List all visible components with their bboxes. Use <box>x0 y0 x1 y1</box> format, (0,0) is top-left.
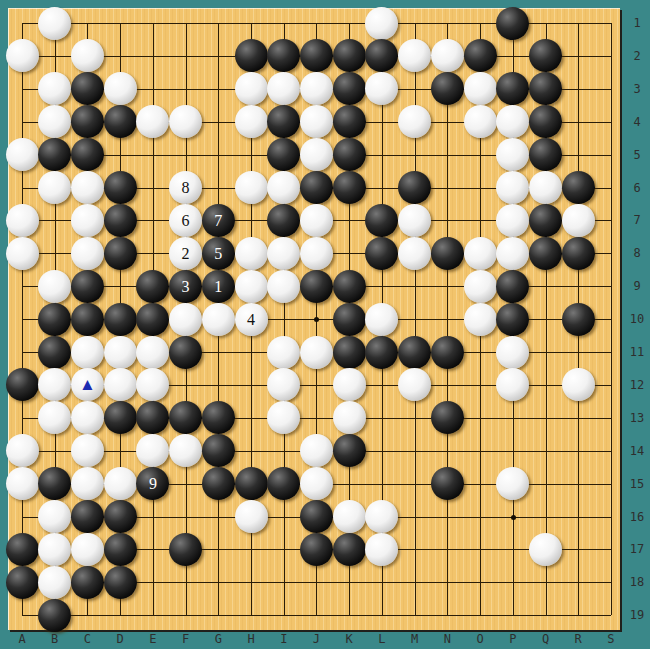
stone-white-H9 <box>235 270 268 303</box>
stone-white-L3 <box>365 72 398 105</box>
stone-white-M8 <box>398 237 431 270</box>
stone-black-N13 <box>431 401 464 434</box>
stone-black-Q4 <box>529 105 562 138</box>
stone-black-D18 <box>104 566 137 599</box>
stone-white-B16 <box>38 500 71 533</box>
stone-white-I9 <box>267 270 300 303</box>
stone-white-A15 <box>6 467 39 500</box>
stone-black-L7 <box>365 204 398 237</box>
stone-white-C2 <box>71 39 104 72</box>
stone-black-M11 <box>398 336 431 369</box>
stone-black-G14 <box>202 434 235 467</box>
stone-white-D3 <box>104 72 137 105</box>
stone-black-G9: 1 <box>202 270 235 303</box>
stone-white-C13 <box>71 401 104 434</box>
coord-label-row-17: 17 <box>630 542 644 556</box>
stone-black-F13 <box>169 401 202 434</box>
stone-black-K11 <box>333 336 366 369</box>
stone-black-N11 <box>431 336 464 369</box>
stone-white-M7 <box>398 204 431 237</box>
coord-label-row-18: 18 <box>630 575 644 589</box>
stone-black-L8 <box>365 237 398 270</box>
stone-black-R8 <box>562 237 595 270</box>
stone-black-A17 <box>6 533 39 566</box>
stone-black-E15: 9 <box>136 467 169 500</box>
stone-black-Q5 <box>529 138 562 171</box>
coord-label-row-10: 10 <box>630 312 644 326</box>
stone-black-D6 <box>104 171 137 204</box>
stone-white-H4 <box>235 105 268 138</box>
stone-white-M2 <box>398 39 431 72</box>
stone-black-I15 <box>267 467 300 500</box>
stone-white-L17 <box>365 533 398 566</box>
stone-black-K4 <box>333 105 366 138</box>
stone-black-E9 <box>136 270 169 303</box>
stone-white-J7 <box>300 204 333 237</box>
stone-white-B1 <box>38 7 71 40</box>
stone-black-N15 <box>431 467 464 500</box>
stone-black-L11 <box>365 336 398 369</box>
stone-white-Q6 <box>529 171 562 204</box>
stone-black-C18 <box>71 566 104 599</box>
stone-black-R10 <box>562 303 595 336</box>
stone-black-G15 <box>202 467 235 500</box>
stone-white-P8 <box>496 237 529 270</box>
coord-label-col-J: J <box>313 632 320 646</box>
stone-white-D12 <box>104 368 137 401</box>
stone-white-J5 <box>300 138 333 171</box>
stone-white-B6 <box>38 171 71 204</box>
stone-white-B17 <box>38 533 71 566</box>
stone-black-K17 <box>333 533 366 566</box>
coord-label-col-P: P <box>509 632 516 646</box>
stone-white-C11 <box>71 336 104 369</box>
stone-black-N8 <box>431 237 464 270</box>
stone-black-F17 <box>169 533 202 566</box>
stone-white-J11 <box>300 336 333 369</box>
stone-white-R12 <box>562 368 595 401</box>
coord-label-col-B: B <box>51 632 58 646</box>
stone-white-A14 <box>6 434 39 467</box>
stone-black-J6 <box>300 171 333 204</box>
stone-white-C7 <box>71 204 104 237</box>
coord-label-row-11: 11 <box>630 345 644 359</box>
coord-label-col-K: K <box>346 632 353 646</box>
stone-black-K14 <box>333 434 366 467</box>
stone-white-Q17 <box>529 533 562 566</box>
stone-black-G7: 7 <box>202 204 235 237</box>
stone-black-C9 <box>71 270 104 303</box>
go-board[interactable]: 86725314▲9 <box>8 8 620 630</box>
stone-white-B3 <box>38 72 71 105</box>
stone-white-E14 <box>136 434 169 467</box>
coord-label-row-1: 1 <box>633 16 640 30</box>
coord-label-col-Q: Q <box>542 632 549 646</box>
stone-white-R7 <box>562 204 595 237</box>
stone-black-K2 <box>333 39 366 72</box>
stone-white-P5 <box>496 138 529 171</box>
stone-white-D11 <box>104 336 137 369</box>
coord-label-row-19: 19 <box>630 608 644 622</box>
stone-black-B19 <box>38 599 71 632</box>
stone-black-K9 <box>333 270 366 303</box>
stone-black-O2 <box>464 39 497 72</box>
stone-black-Q3 <box>529 72 562 105</box>
stone-white-J4 <box>300 105 333 138</box>
stone-white-F10 <box>169 303 202 336</box>
stone-white-A2 <box>6 39 39 72</box>
stone-black-H2 <box>235 39 268 72</box>
stone-black-P9 <box>496 270 529 303</box>
stone-black-C4 <box>71 105 104 138</box>
coord-label-row-5: 5 <box>633 148 640 162</box>
stone-black-P1 <box>496 7 529 40</box>
stone-white-E4 <box>136 105 169 138</box>
stone-black-D16 <box>104 500 137 533</box>
stone-white-H16 <box>235 500 268 533</box>
stone-black-B15 <box>38 467 71 500</box>
stone-white-O3 <box>464 72 497 105</box>
coord-label-col-O: O <box>476 632 483 646</box>
star-point <box>314 317 319 322</box>
stone-black-D7 <box>104 204 137 237</box>
stone-black-D10 <box>104 303 137 336</box>
stone-black-D4 <box>104 105 137 138</box>
stone-white-C12: ▲ <box>71 368 104 401</box>
stone-black-A12 <box>6 368 39 401</box>
coord-label-row-3: 3 <box>633 82 640 96</box>
stone-black-J2 <box>300 39 333 72</box>
stone-white-A5 <box>6 138 39 171</box>
coord-label-col-N: N <box>444 632 451 646</box>
stone-white-O4 <box>464 105 497 138</box>
coord-label-row-12: 12 <box>630 378 644 392</box>
stone-white-M12 <box>398 368 431 401</box>
stone-white-P4 <box>496 105 529 138</box>
stone-black-F11 <box>169 336 202 369</box>
stone-white-F6: 8 <box>169 171 202 204</box>
stone-black-J17 <box>300 533 333 566</box>
coord-label-row-6: 6 <box>633 181 640 195</box>
stone-white-M4 <box>398 105 431 138</box>
stone-white-J14 <box>300 434 333 467</box>
stone-black-K5 <box>333 138 366 171</box>
coord-label-col-G: G <box>215 632 222 646</box>
stone-black-Q7 <box>529 204 562 237</box>
triangle-marker: ▲ <box>79 368 96 401</box>
coord-label-col-I: I <box>280 632 287 646</box>
coord-label-row-13: 13 <box>630 411 644 425</box>
stone-white-I6 <box>267 171 300 204</box>
stone-black-Q2 <box>529 39 562 72</box>
stone-white-N2 <box>431 39 464 72</box>
stone-white-I13 <box>267 401 300 434</box>
stone-black-P3 <box>496 72 529 105</box>
stone-white-H3 <box>235 72 268 105</box>
stone-black-A18 <box>6 566 39 599</box>
stone-black-I2 <box>267 39 300 72</box>
stone-white-A7 <box>6 204 39 237</box>
stone-white-C8 <box>71 237 104 270</box>
coord-label-col-L: L <box>378 632 385 646</box>
coord-label-col-R: R <box>575 632 582 646</box>
stone-white-G10 <box>202 303 235 336</box>
stone-black-E10 <box>136 303 169 336</box>
stone-black-P10 <box>496 303 529 336</box>
stone-black-B5 <box>38 138 71 171</box>
coord-label-row-14: 14 <box>630 444 644 458</box>
stone-white-P11 <box>496 336 529 369</box>
stone-black-R6 <box>562 171 595 204</box>
coord-label-row-16: 16 <box>630 510 644 524</box>
stone-white-L1 <box>365 7 398 40</box>
grid-line-horizontal <box>22 615 611 616</box>
stone-black-D17 <box>104 533 137 566</box>
stone-white-I12 <box>267 368 300 401</box>
stone-white-B18 <box>38 566 71 599</box>
stone-white-L10 <box>365 303 398 336</box>
stone-white-F8: 2 <box>169 237 202 270</box>
stone-black-I5 <box>267 138 300 171</box>
stone-white-B9 <box>38 270 71 303</box>
stone-black-B10 <box>38 303 71 336</box>
stone-black-I7 <box>267 204 300 237</box>
coord-label-col-F: F <box>182 632 189 646</box>
coord-label-col-A: A <box>18 632 25 646</box>
stone-black-M6 <box>398 171 431 204</box>
grid-line-vertical <box>611 23 612 615</box>
stone-white-C14 <box>71 434 104 467</box>
stone-white-B13 <box>38 401 71 434</box>
stone-white-L16 <box>365 500 398 533</box>
stone-black-J16 <box>300 500 333 533</box>
stone-white-F4 <box>169 105 202 138</box>
stone-white-H8 <box>235 237 268 270</box>
stone-white-C17 <box>71 533 104 566</box>
stone-white-B4 <box>38 105 71 138</box>
stone-black-B11 <box>38 336 71 369</box>
coord-label-col-E: E <box>149 632 156 646</box>
stone-white-E12 <box>136 368 169 401</box>
stone-white-K13 <box>333 401 366 434</box>
stone-black-G8: 5 <box>202 237 235 270</box>
stone-white-H10: 4 <box>235 303 268 336</box>
stone-black-D8 <box>104 237 137 270</box>
coord-label-col-H: H <box>247 632 254 646</box>
coord-label-col-D: D <box>117 632 124 646</box>
coord-label-row-9: 9 <box>633 279 640 293</box>
coord-label-row-4: 4 <box>633 115 640 129</box>
coord-label-col-C: C <box>84 632 91 646</box>
stone-white-D15 <box>104 467 137 500</box>
stone-white-F14 <box>169 434 202 467</box>
coord-label-row-8: 8 <box>633 246 640 260</box>
stone-black-H15 <box>235 467 268 500</box>
stone-black-N3 <box>431 72 464 105</box>
coord-label-col-M: M <box>411 632 418 646</box>
stone-white-K16 <box>333 500 366 533</box>
stone-white-I8 <box>267 237 300 270</box>
stone-white-E11 <box>136 336 169 369</box>
stone-white-F7: 6 <box>169 204 202 237</box>
stone-white-J8 <box>300 237 333 270</box>
stone-black-E13 <box>136 401 169 434</box>
stone-black-J9 <box>300 270 333 303</box>
stone-white-O9 <box>464 270 497 303</box>
coord-label-col-S: S <box>607 632 614 646</box>
stone-white-C15 <box>71 467 104 500</box>
stone-black-G13 <box>202 401 235 434</box>
stone-white-O10 <box>464 303 497 336</box>
stone-white-O8 <box>464 237 497 270</box>
stone-black-Q8 <box>529 237 562 270</box>
stone-black-C16 <box>71 500 104 533</box>
stone-black-K3 <box>333 72 366 105</box>
stone-white-I11 <box>267 336 300 369</box>
star-point <box>511 515 516 520</box>
stone-white-C6 <box>71 171 104 204</box>
stone-white-P15 <box>496 467 529 500</box>
stone-white-J15 <box>300 467 333 500</box>
stone-black-I4 <box>267 105 300 138</box>
stone-white-A8 <box>6 237 39 270</box>
stone-black-K10 <box>333 303 366 336</box>
stone-black-D13 <box>104 401 137 434</box>
stone-black-F9: 3 <box>169 270 202 303</box>
stone-white-H6 <box>235 171 268 204</box>
coord-label-row-15: 15 <box>630 477 644 491</box>
stone-white-P12 <box>496 368 529 401</box>
stone-black-L2 <box>365 39 398 72</box>
stone-white-P6 <box>496 171 529 204</box>
stone-white-K12 <box>333 368 366 401</box>
stone-black-C3 <box>71 72 104 105</box>
stone-white-I3 <box>267 72 300 105</box>
stone-black-K6 <box>333 171 366 204</box>
stone-white-B12 <box>38 368 71 401</box>
go-app-window: 86725314▲9 ABCDEFGHIJKLMNOPQRS1234567891… <box>0 0 650 649</box>
coord-label-row-2: 2 <box>633 49 640 63</box>
stone-black-C10 <box>71 303 104 336</box>
stone-white-P7 <box>496 204 529 237</box>
stone-black-C5 <box>71 138 104 171</box>
coord-label-row-7: 7 <box>633 213 640 227</box>
stone-white-J3 <box>300 72 333 105</box>
